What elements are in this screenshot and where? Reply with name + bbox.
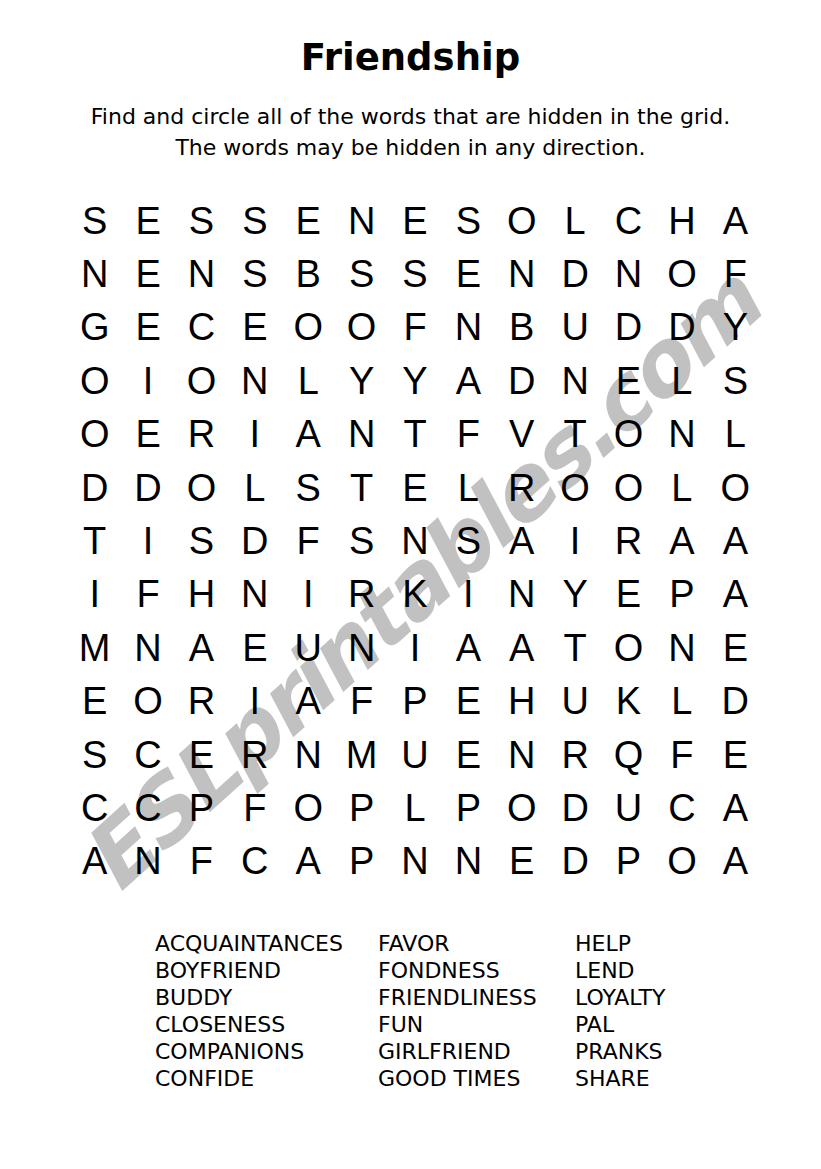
grid-cell: P [335,781,388,834]
grid-cell: S [68,728,121,781]
grid-cell: L [388,781,441,834]
grid-cell: L [655,354,708,407]
grid-cell: M [68,621,121,674]
grid-cell: O [548,461,601,514]
grid-cell: D [495,354,548,407]
word-list-item: COMPANIONS [155,1038,343,1065]
grid-cell: T [68,514,121,567]
grid-cell: D [548,835,601,888]
grid-cell: A [709,835,762,888]
grid-cell: P [442,781,495,834]
grid-cell: U [548,301,601,354]
grid-cell: E [175,728,228,781]
grid-cell: E [121,301,174,354]
grid-cell: A [282,674,335,727]
grid-cell: V [495,408,548,461]
grid-cell: B [282,247,335,300]
word-list-item: HELP [575,930,665,957]
grid-cell: R [602,514,655,567]
grid-cell: N [228,354,281,407]
word-list-item: PAL [575,1011,665,1038]
grid-cell: F [228,781,281,834]
grid-cell: D [655,301,708,354]
grid-cell: N [121,835,174,888]
word-list-item: CONFIDE [155,1065,343,1092]
grid-cell: B [495,301,548,354]
grid-cell: R [548,728,601,781]
grid-cell: O [495,781,548,834]
grid-cell: E [121,247,174,300]
word-list-item: CLOSENESS [155,1011,343,1038]
grid-cell: Y [388,354,441,407]
grid-cell: A [442,621,495,674]
grid-cell: P [175,781,228,834]
grid-cell: R [228,728,281,781]
word-search-grid: SESSENESOLCHANENSBSSENDNOFGECEOOFNBUDDYO… [68,194,762,888]
grid-cell: F [442,408,495,461]
grid-cell: E [495,835,548,888]
grid-cell: N [228,568,281,621]
grid-cell: E [121,194,174,247]
grid-cell: S [68,194,121,247]
word-list-item: GOOD TIMES [378,1065,537,1092]
word-list-item: FONDNESS [378,957,537,984]
grid-cell: E [602,354,655,407]
grid-cell: R [335,568,388,621]
grid-cell: O [602,621,655,674]
grid-cell: L [655,674,708,727]
grid-cell: N [335,194,388,247]
grid-cell: E [121,408,174,461]
grid-cell: I [121,354,174,407]
grid-cell: U [602,781,655,834]
grid-cell: F [175,835,228,888]
grid-cell: T [335,461,388,514]
word-list-item: LOYALTY [575,984,665,1011]
grid-cell: I [228,674,281,727]
grid-cell: A [709,568,762,621]
grid-cell: I [442,568,495,621]
word-list-item: ACQUAINTANCES [155,930,343,957]
word-list-item: BUDDY [155,984,343,1011]
grid-cell: N [388,835,441,888]
grid-cell: R [175,674,228,727]
grid-cell: D [602,301,655,354]
grid-cell: O [335,301,388,354]
grid-cell: C [655,781,708,834]
grid-cell: C [228,835,281,888]
grid-cell: R [495,461,548,514]
word-list-column: ACQUAINTANCESBOYFRIENDBUDDYCLOSENESSCOMP… [155,930,343,1092]
grid-cell: D [228,514,281,567]
grid-cell: L [548,194,601,247]
grid-cell: L [442,461,495,514]
grid-cell: A [495,514,548,567]
grid-cell: F [388,301,441,354]
grid-cell: C [121,781,174,834]
grid-cell: Q [602,728,655,781]
instructions-line-1: Find and circle all of the words that ar… [0,101,821,132]
grid-cell: E [442,728,495,781]
grid-cell: S [175,194,228,247]
word-list-column: FAVORFONDNESSFRIENDLINESSFUNGIRLFRIENDGO… [378,930,537,1092]
grid-cell: A [655,514,708,567]
grid-cell: Y [335,354,388,407]
grid-cell: H [495,674,548,727]
grid-cell: N [335,621,388,674]
grid-cell: O [602,408,655,461]
grid-cell: L [228,461,281,514]
grid-cell: M [335,728,388,781]
grid-cell: F [282,514,335,567]
grid-cell: O [655,835,708,888]
grid-cell: N [335,408,388,461]
grid-cell: U [548,674,601,727]
grid-cell: N [388,514,441,567]
grid-cell: K [388,568,441,621]
grid-cell: O [282,301,335,354]
grid-cell: D [68,461,121,514]
grid-cell: S [709,354,762,407]
grid-cell: S [335,514,388,567]
grid-cell: T [548,621,601,674]
word-list-column: HELPLENDLOYALTYPALPRANKSSHARE [575,930,665,1092]
grid-cell: A [68,835,121,888]
grid-cell: E [68,674,121,727]
grid-cell: N [121,621,174,674]
grid-cell: O [655,247,708,300]
grid-cell: R [175,408,228,461]
grid-cell: Y [709,301,762,354]
grid-cell: K [602,674,655,727]
grid-cell: Y [548,568,601,621]
grid-cell: P [335,835,388,888]
grid-cell: S [388,247,441,300]
grid-cell: A [709,514,762,567]
grid-cell: I [228,408,281,461]
grid-cell: I [121,514,174,567]
grid-cell: E [228,621,281,674]
grid-cell: S [282,461,335,514]
grid-cell: I [68,568,121,621]
word-list-item: BOYFRIEND [155,957,343,984]
grid-cell: H [175,568,228,621]
grid-cell: I [548,514,601,567]
grid-cell: S [335,247,388,300]
grid-cell: O [121,674,174,727]
word-list-item: GIRLFRIEND [378,1038,537,1065]
grid-cell: S [228,194,281,247]
grid-cell: O [175,461,228,514]
grid-cell: A [175,621,228,674]
grid-cell: A [442,354,495,407]
grid-cell: E [602,568,655,621]
grid-cell: N [442,835,495,888]
grid-cell: U [282,621,335,674]
grid-cell: S [175,514,228,567]
grid-cell: E [709,728,762,781]
word-list: ACQUAINTANCESBOYFRIENDBUDDYCLOSENESSCOMP… [0,930,821,1100]
grid-cell: N [548,354,601,407]
grid-cell: O [68,408,121,461]
grid-cell: C [175,301,228,354]
grid-cell: N [495,728,548,781]
grid-cell: E [388,461,441,514]
grid-cell: N [495,247,548,300]
grid-cell: C [68,781,121,834]
grid-cell: N [655,408,708,461]
grid-cell: S [442,514,495,567]
grid-cell: F [655,728,708,781]
grid-cell: E [388,194,441,247]
word-list-item: PRANKS [575,1038,665,1065]
grid-cell: S [228,247,281,300]
grid-cell: G [68,301,121,354]
grid-cell: F [121,568,174,621]
grid-cell: D [121,461,174,514]
grid-cell: O [68,354,121,407]
word-list-item: FRIENDLINESS [378,984,537,1011]
grid-cell: C [121,728,174,781]
grid-cell: N [655,621,708,674]
grid-cell: L [709,408,762,461]
instructions-line-2: The words may be hidden in any direction… [0,132,821,163]
grid-cell: T [388,408,441,461]
grid-cell: N [495,568,548,621]
grid-cell: E [228,301,281,354]
word-list-item: FUN [378,1011,537,1038]
grid-cell: F [335,674,388,727]
grid-cell: A [282,835,335,888]
grid-cell: E [442,247,495,300]
grid-cell: U [388,728,441,781]
grid-cell: P [602,835,655,888]
grid-cell: N [68,247,121,300]
grid-cell: C [602,194,655,247]
grid-cell: P [388,674,441,727]
instructions: Find and circle all of the words that ar… [0,101,821,163]
grid-cell: O [602,461,655,514]
word-list-item: LEND [575,957,665,984]
page-title: Friendship [0,36,821,79]
grid-cell: N [282,728,335,781]
grid-cell: E [709,621,762,674]
grid-cell: F [709,247,762,300]
grid-cell: O [495,194,548,247]
grid-cell: T [548,408,601,461]
grid-cell: I [282,568,335,621]
grid-cell: O [282,781,335,834]
grid-cell: O [175,354,228,407]
grid-cell: A [709,194,762,247]
grid-cell: N [175,247,228,300]
grid-cell: S [442,194,495,247]
grid-cell: A [282,408,335,461]
grid-cell: D [709,674,762,727]
grid-cell: E [282,194,335,247]
grid-cell: E [442,674,495,727]
grid-cell: N [602,247,655,300]
grid-cell: D [548,781,601,834]
grid-cell: A [709,781,762,834]
grid-cell: O [709,461,762,514]
word-list-item: FAVOR [378,930,537,957]
grid-cell: I [388,621,441,674]
grid-cell: L [282,354,335,407]
grid-cell: A [495,621,548,674]
word-list-item: SHARE [575,1065,665,1092]
grid-cell: D [548,247,601,300]
grid-cell: N [442,301,495,354]
grid-cell: L [655,461,708,514]
grid-cell: P [655,568,708,621]
grid-cell: H [655,194,708,247]
